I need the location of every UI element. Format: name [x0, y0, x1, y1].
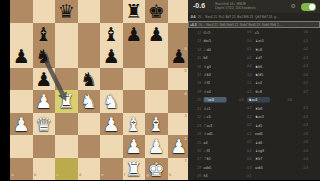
square-b6[interactable]: ♞	[33, 45, 56, 68]
square-e5[interactable]	[100, 68, 123, 91]
black-move-eval: -0.1	[286, 107, 312, 110]
black-move-eval: -0.3	[286, 132, 312, 135]
black-move-eval: -0.3	[286, 166, 312, 169]
white-move[interactable]: h3	[204, 174, 235, 179]
black-move-eval: -0.7	[286, 90, 312, 93]
square-h2[interactable]: ♟	[168, 135, 191, 158]
black-move-eval: -0.3	[286, 56, 312, 59]
engine-line-1[interactable]: -0.6 20… Nxc4 21. Rc1 Bd7 22. Be2 Bf6 23…	[188, 13, 320, 20]
white-rook-piece[interactable]: ♜	[123, 158, 146, 181]
black-king-piece[interactable]: ♚	[145, 0, 168, 23]
square-b2[interactable]	[33, 135, 56, 158]
line-1-moves: 20… Nxc4 21. Rc1 Bd7 22. Be2 Bf6 23. Qd3…	[198, 15, 279, 19]
black-move[interactable]: ♞fd5	[255, 72, 286, 77]
black-bishop-piece[interactable]: ♝	[100, 23, 123, 46]
square-g6[interactable]	[145, 45, 168, 68]
square-e1[interactable]	[100, 158, 123, 181]
black-move[interactable]: exd5	[255, 131, 286, 136]
black-pawn-piece[interactable]: ♟	[10, 45, 33, 68]
black-move[interactable]: ♞b6	[255, 64, 286, 69]
black-move[interactable]: axb5	[255, 165, 286, 170]
white-move-eval: -1.0	[235, 73, 256, 76]
square-f2[interactable]: ♟	[123, 135, 146, 158]
square-a3[interactable]: ♟	[10, 113, 33, 136]
black-move[interactable]: ♝xc5	[255, 38, 286, 43]
move-row-19: 19♗e4-0.5♛c8-0.7	[188, 87, 320, 95]
square-h5[interactable]	[168, 68, 191, 91]
move-row-16: 16♗g3-0.4♞b6-0.3	[188, 62, 320, 70]
move-number: 23	[188, 123, 204, 127]
engine-header: -0.6 Stockfish 14+ NNUE Depth 17/22, 200…	[188, 0, 320, 14]
white-bishop-piece[interactable]: ♝	[123, 113, 146, 136]
square-b8[interactable]	[33, 0, 56, 23]
black-move[interactable]: ♞xc4	[247, 97, 270, 103]
white-pawn-piece[interactable]: ♟	[123, 135, 146, 158]
black-move-eval: -0.3	[286, 141, 312, 144]
black-move[interactable]: ♝xg3	[255, 148, 286, 153]
move-number: 22	[188, 115, 204, 119]
square-h7[interactable]	[168, 23, 191, 46]
move-number: 15	[188, 56, 204, 60]
evaluation-score: -0.6	[193, 2, 205, 9]
move-number: 29	[188, 174, 204, 178]
move-row-17: 17♕b3-1.0♞fd5-0.6	[188, 70, 320, 78]
black-move-eval: -0.1	[286, 39, 312, 42]
white-move[interactable]: ♘f3	[204, 148, 235, 153]
move-number: 20	[188, 98, 204, 102]
square-d8[interactable]	[78, 0, 101, 23]
white-move[interactable]: b4	[204, 55, 235, 60]
black-pawn-piece[interactable]: ♟	[168, 45, 191, 68]
black-move[interactable]: ♝d6	[255, 140, 286, 145]
square-f7[interactable]: ♟	[123, 23, 146, 46]
square-e8[interactable]	[100, 0, 123, 23]
engine-toggle[interactable]	[301, 3, 316, 11]
square-c1[interactable]	[55, 158, 78, 181]
white-move[interactable]: axb5	[204, 165, 235, 170]
square-d4[interactable]: ♞	[78, 90, 101, 113]
white-move[interactable]: ♗xd5	[204, 131, 235, 136]
square-c8[interactable]: ♛	[55, 0, 78, 23]
square-d2[interactable]	[78, 135, 101, 158]
white-move[interactable]: O-O	[204, 30, 235, 35]
white-move-eval: -0.3	[235, 157, 256, 160]
square-f8[interactable]: ♜	[123, 0, 146, 23]
square-e2[interactable]	[100, 135, 123, 158]
square-f3[interactable]: ♝	[123, 113, 146, 136]
black-move[interactable]: ♝c4	[255, 81, 286, 86]
move-row-20: 20♖xc4-0.6♞xc4-0.6	[188, 96, 320, 104]
move-row-13: 13dxc50.0♝xc5-0.1	[188, 36, 320, 44]
move-number: 16	[188, 64, 204, 68]
move-number: 25	[188, 140, 204, 144]
white-move-eval: -0.4	[235, 149, 256, 152]
black-move[interactable]: ♜b8	[255, 106, 286, 111]
white-move[interactable]: ♘c3	[204, 114, 235, 119]
white-move[interactable]: ♖b1	[204, 157, 235, 162]
move-number: 12	[188, 30, 204, 34]
white-move-eval: -0.2	[235, 115, 256, 118]
white-move[interactable]: ♗f3	[204, 81, 235, 86]
black-move[interactable]: c5	[255, 30, 286, 35]
white-move-eval: -0.2	[235, 124, 256, 127]
line-1-eval: -0.6	[188, 15, 198, 19]
square-a4[interactable]	[10, 90, 33, 113]
square-a8[interactable]	[10, 0, 33, 23]
black-knight-piece[interactable]: ♞	[33, 45, 56, 68]
black-move[interactable]: ♞xc3	[255, 114, 286, 119]
move-number: 26	[188, 149, 204, 153]
white-move-eval: -0.2	[235, 174, 256, 177]
move-row-29: 29h3-0.2	[188, 172, 320, 180]
black-move[interactable]: ♝d5	[255, 123, 286, 128]
black-pawn-piece[interactable]: ♟	[100, 45, 123, 68]
move-number: 27	[188, 157, 204, 161]
white-move[interactable]: ♕c1	[204, 106, 235, 111]
square-f4[interactable]	[123, 90, 146, 113]
move-list[interactable]: 12O-O0.0c50.013dxc50.0♝xc5-0.114♘d4-0.1♜…	[188, 28, 320, 180]
black-pawn-piece[interactable]: ♟	[33, 68, 56, 91]
last-move-highlight	[55, 158, 78, 181]
square-g2[interactable]: ♟	[145, 135, 168, 158]
white-pawn-piece[interactable]: ♟	[100, 113, 123, 136]
white-move[interactable]: ♗g3	[204, 64, 235, 69]
square-d6[interactable]	[78, 45, 101, 68]
black-move-eval: -0.6	[270, 98, 296, 101]
square-b7[interactable]: ♝	[33, 23, 56, 46]
square-c7[interactable]	[55, 23, 78, 46]
square-e3[interactable]: ♟	[100, 113, 123, 136]
square-g8[interactable]: ♚	[145, 0, 168, 23]
white-move-eval: 0.0	[235, 31, 256, 34]
square-g1[interactable]: ♚	[145, 158, 168, 181]
square-h4[interactable]	[168, 90, 191, 113]
white-bishop-piece[interactable]: ♝	[145, 113, 168, 136]
white-move[interactable]: ♖xc3	[204, 123, 235, 128]
line-2-eval: +0.3	[188, 22, 199, 26]
white-move[interactable]: ♕b3	[204, 72, 235, 77]
white-move-eval: -0.2	[235, 56, 256, 59]
square-a1[interactable]	[10, 158, 33, 181]
square-a2[interactable]	[10, 135, 33, 158]
square-d7[interactable]	[78, 23, 101, 46]
square-d1[interactable]	[78, 158, 101, 181]
black-queen-piece[interactable]: ♛	[55, 0, 78, 23]
black-move-eval: 0.0	[286, 31, 312, 34]
square-g4[interactable]	[145, 90, 168, 113]
white-move[interactable]: a4	[204, 140, 235, 145]
white-rook-piece[interactable]: ♜	[55, 90, 78, 113]
square-a5[interactable]	[10, 68, 33, 91]
white-move-eval: -0.5	[235, 90, 256, 93]
analysis-screen: ♛♜♚♝♝♟♟♟♞♟♟♟♞♟♜♞♞♟♛♟♝♝♟♟♟♜♚ abcdefgh8765…	[0, 0, 320, 180]
white-move-eval: -0.4	[235, 65, 256, 68]
white-pawn-piece[interactable]: ♟	[168, 135, 191, 158]
square-c6[interactable]	[55, 45, 78, 68]
white-pawn-piece[interactable]: ♟	[10, 113, 33, 136]
move-row-28: 28axb5-0.3axb5-0.3	[188, 163, 320, 171]
white-move-eval: -1.1	[235, 81, 256, 84]
white-move[interactable]: ♘d4	[204, 47, 235, 52]
engine-settings-text: Depth 17/22, 200 knodes/s	[215, 6, 295, 11]
move-row-15: 15b4-0.2♝d7-0.3	[188, 53, 320, 61]
move-row-12: 12O-O0.0c50.0	[188, 28, 320, 36]
move-row-23: 23♖xc3-0.2♝d5-0.3	[188, 121, 320, 129]
square-f6[interactable]	[123, 45, 146, 68]
black-move-eval: -0.2	[286, 115, 312, 118]
black-move[interactable]: ♝d7	[255, 55, 286, 60]
white-move[interactable]: ♗e4	[204, 89, 235, 94]
black-pawn-piece[interactable]: ♟	[123, 23, 146, 46]
square-h3[interactable]	[168, 113, 191, 136]
move-number: 14	[188, 47, 204, 51]
white-knight-piece[interactable]: ♞	[100, 90, 123, 113]
gear-icon[interactable]: ⚙	[291, 3, 296, 9]
black-move-eval: -0.7	[286, 81, 312, 84]
move-number: 17	[188, 73, 204, 77]
black-knight-piece[interactable]: ♞	[78, 68, 101, 91]
black-move-eval: -0.4	[286, 157, 312, 160]
chess-board[interactable]: ♛♜♚♝♝♟♟♟♞♟♟♟♞♟♜♞♞♟♛♟♝♝♟♟♟♜♚	[10, 0, 190, 180]
square-f5[interactable]	[123, 68, 146, 91]
black-move[interactable]: ♜b7	[255, 157, 286, 162]
square-b5[interactable]: ♟	[33, 68, 56, 91]
square-h8[interactable]	[168, 0, 191, 23]
white-pawn-piece[interactable]: ♟	[33, 90, 56, 113]
move-row-22: 22♘c3-0.2♞xc3-0.2	[188, 112, 320, 120]
square-b3[interactable]: ♛	[33, 113, 56, 136]
move-number: 19	[188, 90, 204, 94]
move-row-25: 25a4-0.5♝d6-0.3	[188, 138, 320, 146]
move-number: 18	[188, 81, 204, 85]
square-c3[interactable]	[55, 113, 78, 136]
move-row-18: 18♗f3-1.1♝c4-0.7	[188, 79, 320, 87]
white-move-eval: 0.0	[235, 39, 256, 42]
white-move-eval: -0.2	[235, 132, 256, 135]
analysis-panel: -0.6 Stockfish 14+ NNUE Depth 17/22, 200…	[188, 0, 320, 180]
white-pawn-piece[interactable]: ♟	[145, 135, 168, 158]
square-c4[interactable]: ♜	[55, 90, 78, 113]
move-number: 24	[188, 132, 204, 136]
white-king-piece[interactable]: ♚	[145, 158, 168, 181]
square-c5[interactable]	[55, 68, 78, 91]
square-d5[interactable]: ♞	[78, 68, 101, 91]
black-move-eval: -0.3	[286, 65, 312, 68]
move-row-27: 27♖b1-0.3♜b7-0.4	[188, 155, 320, 163]
square-g7[interactable]: ♟	[145, 23, 168, 46]
square-a7[interactable]	[10, 23, 33, 46]
white-move-eval: -0.1	[235, 48, 256, 51]
move-row-24: 24♗xd5-0.2exd5-0.3	[188, 129, 320, 137]
square-f1[interactable]: ♜	[123, 158, 146, 181]
square-d3[interactable]	[78, 113, 101, 136]
move-row-21: 21♕c1-0.1♜b8-0.1	[188, 104, 320, 112]
square-g5[interactable]	[145, 68, 168, 91]
square-c2[interactable]	[55, 135, 78, 158]
white-move-eval: -0.5	[235, 141, 256, 144]
white-queen-piece[interactable]: ♛	[33, 113, 56, 136]
black-bishop-piece[interactable]: ♝	[33, 23, 56, 46]
white-knight-piece[interactable]: ♞	[78, 90, 101, 113]
square-b4[interactable]: ♟	[33, 90, 56, 113]
black-move[interactable]: ♛c8	[255, 89, 286, 94]
white-move-eval: -0.3	[235, 166, 256, 169]
square-e4[interactable]: ♞	[100, 90, 123, 113]
black-move-eval: -0.2	[286, 48, 312, 51]
square-a6[interactable]: ♟	[10, 45, 33, 68]
engine-line-2[interactable]: +0.3 20… Nxc4 21. Nd6 Nxb3 22. Nxb7 Bxd5…	[188, 21, 320, 28]
square-b1[interactable]	[33, 158, 56, 181]
square-h1[interactable]	[168, 158, 191, 181]
engine-description: Stockfish 14+ NNUE Depth 17/22, 200 knod…	[215, 1, 295, 13]
move-row-26: 26♘f3-0.4♝xg3-0.4	[188, 146, 320, 154]
move-number: 21	[188, 106, 204, 110]
move-number: 28	[188, 166, 204, 170]
square-g3[interactable]: ♝	[145, 113, 168, 136]
square-h6[interactable]: ♟	[168, 45, 191, 68]
line-2-moves: 20… Nxc4 21. Nd6 Nxb3 22. Nxb7 Bxd5 23. …	[199, 22, 282, 26]
white-move[interactable]: ♖xc4	[204, 97, 227, 103]
black-pawn-piece[interactable]: ♟	[145, 23, 168, 46]
white-move-eval: -0.6	[227, 98, 248, 101]
toggle-knob-icon	[309, 4, 315, 10]
black-move-eval: -0.6	[286, 73, 312, 76]
white-move[interactable]: dxc5	[204, 38, 235, 43]
black-move[interactable]: ♜c8	[255, 47, 286, 52]
square-e6[interactable]: ♟	[100, 45, 123, 68]
black-move-eval: -0.4	[286, 149, 312, 152]
square-e7[interactable]: ♝	[100, 23, 123, 46]
move-row-14: 14♘d4-0.1♜c8-0.2	[188, 45, 320, 53]
black-rook-piece[interactable]: ♜	[123, 0, 146, 23]
black-move-eval: -0.3	[286, 124, 312, 127]
move-number: 13	[188, 39, 204, 43]
white-move-eval: -0.1	[235, 107, 256, 110]
